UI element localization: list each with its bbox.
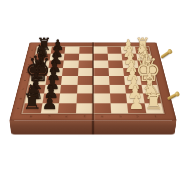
coordinate-label: 5 [79, 115, 89, 118]
coordinate-label: g [18, 96, 24, 101]
coordinate-label: 4 [97, 115, 107, 118]
square-e8 [29, 76, 46, 84]
square-d8 [31, 68, 48, 76]
square-c3 [108, 60, 123, 68]
square-h1 [144, 103, 163, 113]
square-e1 [140, 76, 157, 84]
square-a8 [36, 47, 51, 54]
square-f3 [109, 84, 126, 93]
coordinate-label: d [24, 70, 29, 74]
coordinate-label: h [15, 105, 21, 111]
chess-set-photo: abcdefgh 87654321 ♜♞♝♛♚♝♞♜♟♟♟♟♟♟♟♟♟♟♟♟♟♟… [0, 0, 180, 180]
coordinate-label: 2 [132, 115, 142, 118]
square-e2 [124, 76, 141, 84]
fold-seam [92, 42, 93, 120]
coordinate-label: c [26, 62, 31, 66]
square-g6 [59, 93, 77, 103]
coordinate-label: 3 [115, 115, 125, 118]
square-h8 [23, 103, 42, 113]
board-front-edge [10, 120, 177, 134]
square-h3 [110, 103, 128, 113]
square-g7 [42, 93, 60, 103]
square-c7 [48, 60, 64, 68]
square-a1 [135, 47, 150, 54]
coordinate-label: 7 [43, 115, 53, 118]
square-d5 [78, 68, 94, 76]
square-e4 [93, 76, 109, 84]
square-g5 [76, 93, 93, 103]
square-e6 [61, 76, 77, 84]
square-f2 [125, 84, 142, 93]
square-b3 [107, 53, 122, 60]
square-f7 [44, 84, 61, 93]
square-c8 [33, 60, 49, 68]
square-c1 [137, 60, 153, 68]
coordinate-label: 1 [150, 115, 160, 118]
square-d2 [123, 68, 139, 76]
square-c4 [93, 60, 108, 68]
square-b4 [93, 53, 108, 60]
square-c6 [63, 60, 78, 68]
coordinate-label: 8 [26, 115, 36, 118]
square-f1 [141, 84, 159, 93]
square-h4 [93, 103, 111, 113]
square-b8 [34, 53, 50, 60]
square-a5 [79, 47, 93, 54]
square-a4 [93, 47, 107, 54]
square-g3 [109, 93, 127, 103]
coordinate-label: f [20, 86, 26, 91]
coordinate-label: a [30, 48, 35, 52]
square-f5 [77, 84, 93, 93]
square-e3 [109, 76, 125, 84]
coordinate-label: b [28, 55, 33, 59]
square-e5 [77, 76, 93, 84]
square-b6 [64, 53, 79, 60]
chess-board: abcdefgh 87654321 [10, 42, 177, 120]
square-d6 [62, 68, 78, 76]
square-g8 [25, 93, 44, 103]
square-g1 [142, 93, 161, 103]
brass-clasp-icon [160, 50, 171, 59]
square-b1 [136, 53, 152, 60]
square-c5 [78, 60, 93, 68]
square-b7 [49, 53, 64, 60]
square-h6 [58, 103, 76, 113]
square-b5 [78, 53, 93, 60]
square-b2 [121, 53, 136, 60]
coordinate-label: 6 [61, 115, 71, 118]
square-a7 [50, 47, 65, 54]
square-d3 [108, 68, 124, 76]
square-h5 [75, 103, 93, 113]
square-h7 [40, 103, 59, 113]
square-f4 [93, 84, 109, 93]
square-f8 [27, 84, 45, 93]
square-e7 [45, 76, 62, 84]
square-d4 [93, 68, 109, 76]
square-d7 [47, 68, 63, 76]
square-f6 [60, 84, 77, 93]
square-h2 [127, 103, 146, 113]
square-a2 [121, 47, 136, 54]
square-a3 [107, 47, 122, 54]
square-g4 [93, 93, 110, 103]
square-d1 [138, 68, 155, 76]
square-g2 [126, 93, 144, 103]
square-a6 [65, 47, 80, 54]
coordinate-label: e [22, 78, 28, 83]
square-c2 [122, 60, 138, 68]
